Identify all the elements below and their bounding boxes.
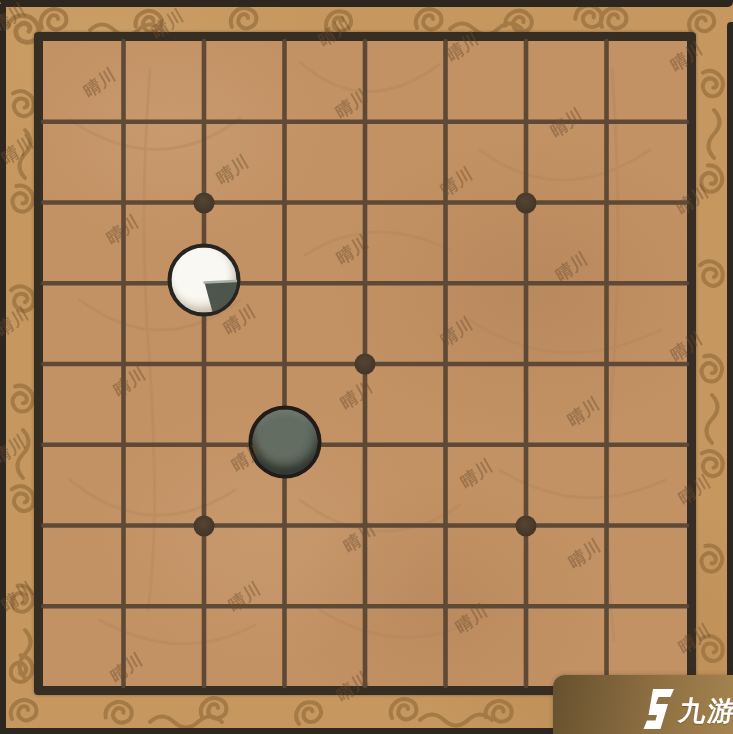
intersection-a5[interactable] <box>3 324 84 405</box>
intersection-f3[interactable] <box>406 486 487 567</box>
intersection-a9[interactable] <box>3 1 84 82</box>
intersection-f6[interactable] <box>406 243 487 324</box>
intersection-f4[interactable] <box>406 405 487 486</box>
intersection-i4[interactable] <box>647 405 728 486</box>
intersection-f1[interactable] <box>406 647 487 728</box>
intersection-e7[interactable] <box>325 163 406 244</box>
intersection-d6[interactable] <box>245 243 326 324</box>
intersection-c7[interactable] <box>164 163 245 244</box>
intersection-a6[interactable] <box>3 243 84 324</box>
intersection-d7[interactable] <box>245 163 326 244</box>
intersection-b1[interactable] <box>84 647 165 728</box>
intersection-g4[interactable] <box>486 405 567 486</box>
intersection-h7[interactable] <box>567 163 648 244</box>
intersection-e6[interactable] <box>325 243 406 324</box>
intersection-i2[interactable] <box>647 566 728 647</box>
intersection-c1[interactable] <box>164 647 245 728</box>
intersection-h2[interactable] <box>567 566 648 647</box>
intersection-h8[interactable] <box>567 82 648 163</box>
intersection-g5[interactable] <box>486 324 567 405</box>
intersection-c9[interactable] <box>164 1 245 82</box>
intersection-e5[interactable] <box>325 324 406 405</box>
9game-logo-watermark: 九游 <box>553 675 733 734</box>
intersection-d3[interactable] <box>245 486 326 567</box>
intersection-e4[interactable] <box>325 405 406 486</box>
intersection-c2[interactable] <box>164 566 245 647</box>
intersection-b9[interactable] <box>84 1 165 82</box>
intersection-c3[interactable] <box>164 486 245 567</box>
intersection-b3[interactable] <box>84 486 165 567</box>
go-game-screenshot: 晴川晴川晴川晴川晴川晴川晴川晴川晴川晴川晴川晴川晴川晴川晴川晴川晴川晴川晴川晴川… <box>0 0 733 734</box>
intersection-e3[interactable] <box>325 486 406 567</box>
intersection-b5[interactable] <box>84 324 165 405</box>
screenshot-edge-left <box>0 4 6 734</box>
intersection-b7[interactable] <box>84 163 165 244</box>
intersection-c8[interactable] <box>164 82 245 163</box>
corner-fold-marker <box>168 244 241 317</box>
black-stone[interactable] <box>248 405 321 478</box>
intersection-g7[interactable] <box>486 163 567 244</box>
intersection-a4[interactable] <box>3 405 84 486</box>
intersection-i9[interactable] <box>647 1 728 82</box>
intersection-a1[interactable] <box>3 647 84 728</box>
intersection-g9[interactable] <box>486 1 567 82</box>
intersection-f5[interactable] <box>406 324 487 405</box>
intersection-h3[interactable] <box>567 486 648 567</box>
intersection-a8[interactable] <box>3 82 84 163</box>
go-board-intersections <box>3 1 728 728</box>
9game-glyph-icon <box>643 688 675 730</box>
intersection-a3[interactable] <box>3 486 84 567</box>
intersection-g2[interactable] <box>486 566 567 647</box>
intersection-b6[interactable] <box>84 243 165 324</box>
intersection-e2[interactable] <box>325 566 406 647</box>
intersection-f8[interactable] <box>406 82 487 163</box>
intersection-h5[interactable] <box>567 324 648 405</box>
intersection-d9[interactable] <box>245 1 326 82</box>
intersection-h6[interactable] <box>567 243 648 324</box>
intersection-d2[interactable] <box>245 566 326 647</box>
intersection-g3[interactable] <box>486 486 567 567</box>
white-stone[interactable] <box>168 244 241 317</box>
intersection-i3[interactable] <box>647 486 728 567</box>
intersection-e9[interactable] <box>325 1 406 82</box>
intersection-b4[interactable] <box>84 405 165 486</box>
intersection-h4[interactable] <box>567 405 648 486</box>
intersection-d8[interactable] <box>245 82 326 163</box>
intersection-h9[interactable] <box>567 1 648 82</box>
intersection-e8[interactable] <box>325 82 406 163</box>
9game-logo-text: 九游 <box>676 693 733 729</box>
intersection-f9[interactable] <box>406 1 487 82</box>
intersection-a2[interactable] <box>3 566 84 647</box>
intersection-d5[interactable] <box>245 324 326 405</box>
intersection-i6[interactable] <box>647 243 728 324</box>
intersection-i5[interactable] <box>647 324 728 405</box>
intersection-g6[interactable] <box>486 243 567 324</box>
intersection-i7[interactable] <box>647 163 728 244</box>
intersection-f7[interactable] <box>406 163 487 244</box>
intersection-a7[interactable] <box>3 163 84 244</box>
intersection-c5[interactable] <box>164 324 245 405</box>
intersection-i8[interactable] <box>647 82 728 163</box>
intersection-e1[interactable] <box>325 647 406 728</box>
screenshot-edge-right <box>727 22 733 734</box>
screenshot-edge-top <box>0 0 733 7</box>
intersection-g8[interactable] <box>486 82 567 163</box>
intersection-d1[interactable] <box>245 647 326 728</box>
intersection-b8[interactable] <box>84 82 165 163</box>
intersection-b2[interactable] <box>84 566 165 647</box>
intersection-f2[interactable] <box>406 566 487 647</box>
intersection-c4[interactable] <box>164 405 245 486</box>
